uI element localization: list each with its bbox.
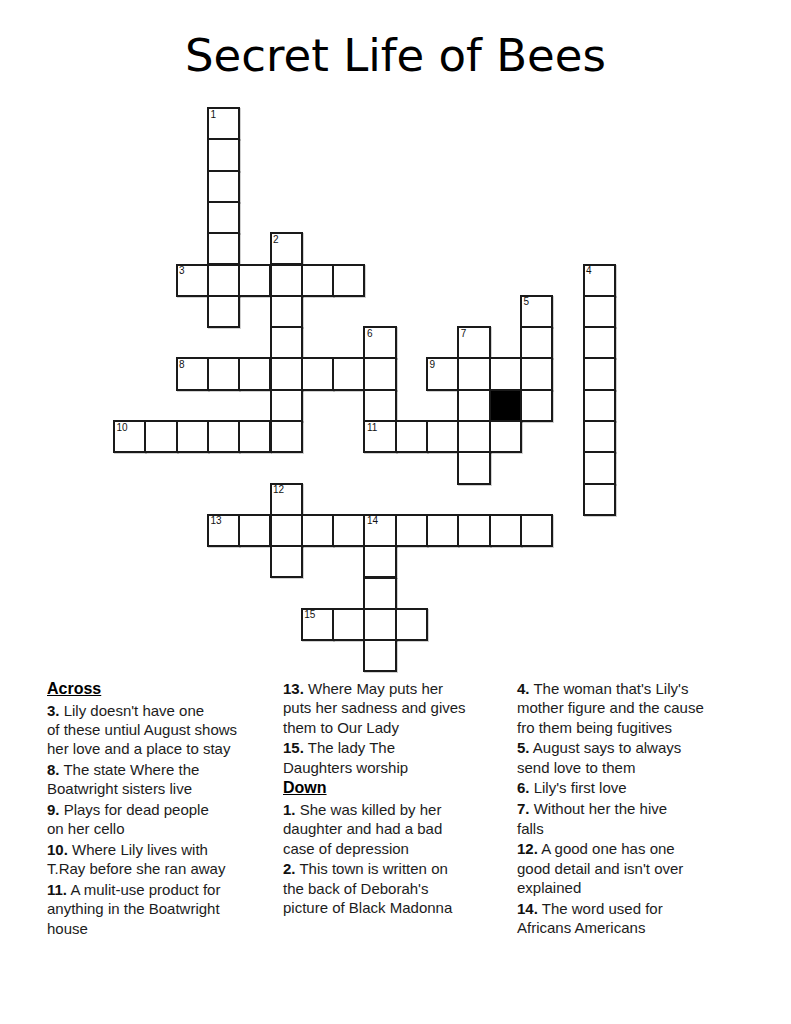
black-cell — [489, 389, 522, 422]
grid-cell[interactable] — [207, 295, 240, 328]
clue-number: 10. — [47, 841, 68, 858]
clue-item-down-2: 2. This town is written on the back of D… — [283, 859, 515, 917]
clues-column-across: Across 3. Lily doesn't have one of these… — [47, 679, 283, 940]
grid-cell[interactable] — [270, 514, 303, 547]
grid-cell[interactable] — [457, 514, 490, 547]
clue-text: August says to always send love to them — [517, 739, 681, 775]
clue-number: 8. — [47, 761, 60, 778]
grid-cell[interactable] — [332, 514, 365, 547]
grid-cell[interactable] — [363, 577, 396, 610]
across-heading: Across — [47, 679, 283, 699]
clue-text: The woman that's Lily's mother figure an… — [517, 680, 704, 736]
clue-number: 5. — [517, 739, 530, 756]
clue-number: 3. — [47, 702, 60, 719]
clue-number-4: 4 — [586, 266, 592, 276]
grid-cell[interactable] — [207, 201, 240, 234]
clue-number: 7. — [517, 800, 530, 817]
grid-cell[interactable] — [395, 514, 428, 547]
clue-text: Lily's first love — [534, 779, 627, 796]
grid-cell[interactable] — [207, 232, 240, 265]
clue-number: 2. — [283, 860, 296, 877]
grid-cell[interactable] — [583, 483, 616, 516]
crossword-page: { "page": { "title": "Secret Life of Bee… — [0, 0, 791, 1024]
grid-cell[interactable] — [144, 420, 177, 453]
grid-cell[interactable] — [270, 357, 303, 390]
clues-column-middle: 13. Where May puts her puts her sadness … — [283, 679, 515, 919]
clue-text: Without her the hive falls — [517, 800, 667, 836]
clue-number-2: 2 — [273, 235, 279, 245]
grid-cell[interactable] — [270, 295, 303, 328]
clue-text: A mulit-use product for anything in the … — [47, 881, 220, 937]
grid-cell[interactable] — [270, 420, 303, 453]
clue-number-5: 5 — [523, 297, 529, 307]
down-heading: Down — [283, 778, 515, 798]
grid-cell[interactable] — [270, 389, 303, 422]
grid-cell[interactable] — [332, 608, 365, 641]
clue-item-down-14: 14. The word used for Africans Americans — [517, 899, 779, 938]
grid-cell[interactable] — [489, 420, 522, 453]
clue-number-7: 7 — [461, 329, 467, 339]
grid-cell[interactable] — [363, 608, 396, 641]
grid-cell[interactable] — [238, 264, 271, 297]
clues-column-down: 4. The woman that's Lily's mother figure… — [517, 679, 779, 939]
clue-item-across-11: 11. A mulit-use product for anything in … — [47, 880, 283, 938]
grid-cell[interactable] — [426, 420, 459, 453]
grid-cell[interactable] — [238, 514, 271, 547]
clue-number: 13. — [283, 680, 304, 697]
clue-number-11: 11 — [367, 423, 377, 433]
clue-text: The state Where the Boatwright sisters l… — [47, 761, 199, 797]
clue-item-across-13: 13. Where May puts her puts her sadness … — [283, 679, 515, 737]
clue-text: This town is written on the back of Debo… — [283, 860, 452, 916]
grid-cell[interactable] — [583, 389, 616, 422]
grid-cell[interactable] — [457, 451, 490, 484]
grid-cell[interactable] — [207, 420, 240, 453]
clue-text: Where May puts her puts her sadness and … — [283, 680, 466, 736]
clue-number-10: 10 — [117, 423, 128, 433]
grid-cell[interactable] — [457, 389, 490, 422]
clue-number-8: 8 — [179, 360, 185, 370]
grid-cell[interactable] — [301, 514, 334, 547]
grid-cell[interactable] — [207, 170, 240, 203]
clue-text: A good one has one good detail and isn't… — [517, 840, 683, 896]
grid-cell[interactable] — [583, 357, 616, 390]
clue-number: 4. — [517, 680, 530, 697]
clue-number: 9. — [47, 801, 60, 818]
clue-number: 15. — [283, 739, 304, 756]
grid-cell[interactable] — [301, 357, 334, 390]
clue-item-across-9: 9. Plays for dead people on her cello — [47, 800, 283, 839]
clue-number: 1. — [283, 801, 296, 818]
grid-cell[interactable] — [363, 389, 396, 422]
grid-cell[interactable] — [332, 357, 365, 390]
grid-cell[interactable] — [363, 639, 396, 672]
grid-cell[interactable] — [489, 357, 522, 390]
clue-item-down-12: 12. A good one has one good detail and i… — [517, 839, 779, 897]
clue-item-down-1: 1. She was killed by her daughter and ha… — [283, 800, 515, 858]
clue-item-down-4: 4. The woman that's Lily's mother figure… — [517, 679, 779, 737]
grid-cell[interactable] — [457, 357, 490, 390]
clue-number: 6. — [517, 779, 530, 796]
clue-item-down-7: 7. Without her the hive falls — [517, 799, 779, 838]
grid-cell[interactable] — [363, 545, 396, 578]
clue-item-down-6: 6. Lily's first love — [517, 778, 779, 797]
clue-number-9: 9 — [430, 360, 436, 370]
clue-item-across-3: 3. Lily doesn't have one of these untiul… — [47, 701, 283, 759]
clue-text: She was killed by her daughter and had a… — [283, 801, 442, 857]
grid-cell[interactable] — [520, 514, 553, 547]
grid-cell[interactable] — [176, 420, 209, 453]
grid-cell[interactable] — [520, 326, 553, 359]
clue-text: Lily doesn't have one of these untiul Au… — [47, 702, 237, 758]
clue-item-down-5: 5. August says to always send love to th… — [517, 738, 779, 777]
grid-cell[interactable] — [301, 264, 334, 297]
clue-number: 14. — [517, 900, 538, 917]
grid-cell[interactable] — [238, 357, 271, 390]
clue-number-12: 12 — [273, 485, 284, 495]
grid-cell[interactable] — [426, 514, 459, 547]
grid-cell[interactable] — [363, 357, 396, 390]
crossword-grid: 123456789101112131415 — [113, 107, 618, 675]
clue-number-6: 6 — [367, 329, 373, 339]
grid-cell[interactable] — [520, 357, 553, 390]
grid-cell[interactable] — [270, 264, 303, 297]
puzzle-title: Secret Life of Bees — [0, 30, 791, 82]
grid-cell[interactable] — [520, 389, 553, 422]
grid-cell[interactable] — [270, 326, 303, 359]
clue-text: Plays for dead people on her cello — [47, 801, 209, 837]
grid-cell[interactable] — [238, 420, 271, 453]
grid-cell[interactable] — [332, 264, 365, 297]
clue-item-across-10: 10. Where Lily lives with T.Ray before s… — [47, 840, 283, 879]
clue-text: The word used for Africans Americans — [517, 900, 663, 936]
grid-cell[interactable] — [207, 264, 240, 297]
grid-cell[interactable] — [207, 357, 240, 390]
grid-cell[interactable] — [270, 545, 303, 578]
grid-cell[interactable] — [583, 295, 616, 328]
grid-cell[interactable] — [583, 326, 616, 359]
clue-number-15: 15 — [304, 610, 315, 620]
clue-text: Where Lily lives with T.Ray before she r… — [47, 841, 225, 877]
grid-cell[interactable] — [395, 420, 428, 453]
clue-number: 11. — [47, 881, 67, 898]
clue-number-13: 13 — [210, 516, 221, 526]
clue-number-14: 14 — [367, 516, 378, 526]
clue-number-3: 3 — [179, 266, 185, 276]
grid-cell[interactable] — [457, 420, 490, 453]
clue-item-across-8: 8. The state Where the Boatwright sister… — [47, 760, 283, 799]
clue-item-across-15: 15. The lady The Daughters worship — [283, 738, 515, 777]
clue-number: 12. — [517, 840, 538, 857]
grid-cell[interactable] — [583, 420, 616, 453]
grid-cell[interactable] — [395, 608, 428, 641]
clue-number-1: 1 — [210, 110, 216, 120]
grid-cell[interactable] — [489, 514, 522, 547]
grid-cell[interactable] — [207, 138, 240, 171]
grid-cell[interactable] — [583, 451, 616, 484]
